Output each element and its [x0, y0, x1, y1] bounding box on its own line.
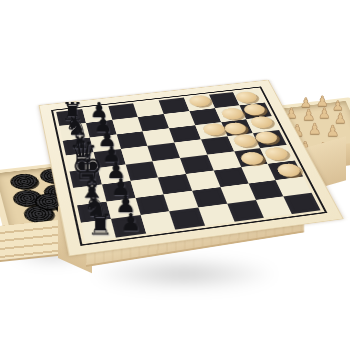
light-draughts-disc — [234, 91, 259, 104]
black-pawn: ♟ — [120, 211, 142, 235]
light-draughts-disc — [253, 131, 280, 145]
square-r7c0: ♜ — [81, 219, 116, 242]
square-r7c6 — [256, 197, 293, 218]
light-draughts-disc — [263, 146, 290, 161]
black-draughts-disc — [10, 173, 39, 190]
light-draughts-disc — [242, 103, 267, 116]
square-r7c1: ♟ — [111, 215, 146, 237]
light-wood-chess-piece: ♟ — [318, 106, 331, 120]
light-draughts-disc — [187, 95, 211, 108]
square-r1c3 — [138, 114, 169, 131]
light-draughts-disc — [239, 151, 266, 166]
light-wood-chess-piece: ♟ — [308, 122, 321, 137]
black-rook: ♜ — [87, 210, 113, 239]
product-photo-scene: ♟♟♟♟♟♟♟♟♟♟♟♟♟♟♟♟ ♜♟♞♟♝♟♛♟♚♟♝♟♞♟♜♟ — [0, 0, 350, 350]
square-r5c6 — [241, 164, 276, 184]
light-draughts-disc — [249, 115, 275, 129]
